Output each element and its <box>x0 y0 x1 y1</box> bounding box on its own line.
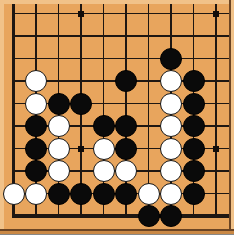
black-stone <box>25 115 47 137</box>
white-stone <box>160 115 182 137</box>
white-stone <box>93 138 115 160</box>
grid-line-horizontal <box>12 13 229 15</box>
white-stone <box>3 183 25 205</box>
frame-strip-bottom <box>0 231 234 235</box>
black-stone <box>115 115 137 137</box>
star-point <box>78 11 84 17</box>
black-stone <box>160 205 182 227</box>
white-stone <box>160 138 182 160</box>
black-stone <box>70 183 92 205</box>
black-stone <box>93 183 115 205</box>
white-stone <box>25 93 47 115</box>
star-point <box>78 146 84 152</box>
grid-line-horizontal <box>12 35 229 37</box>
black-stone <box>183 115 205 137</box>
black-stone <box>160 48 182 70</box>
white-stone <box>160 183 182 205</box>
white-stone <box>93 160 115 182</box>
grid-line-horizontal <box>12 58 229 60</box>
go-diagram <box>0 0 234 234</box>
black-stone <box>93 115 115 137</box>
white-stone <box>48 115 70 137</box>
star-point <box>213 146 219 152</box>
black-stone <box>25 160 47 182</box>
black-stone <box>115 138 137 160</box>
white-stone <box>138 183 160 205</box>
black-stone <box>115 70 137 92</box>
frame-rule-right <box>229 0 231 234</box>
white-stone <box>160 93 182 115</box>
grid-line-horizontal <box>12 214 229 218</box>
white-stone <box>115 160 137 182</box>
black-stone <box>25 138 47 160</box>
white-stone <box>48 138 70 160</box>
black-stone <box>138 205 160 227</box>
white-stone <box>25 183 47 205</box>
star-point <box>213 11 219 17</box>
black-stone <box>70 93 92 115</box>
white-stone <box>48 160 70 182</box>
white-stone <box>160 70 182 92</box>
black-stone <box>183 93 205 115</box>
black-stone <box>48 183 70 205</box>
black-stone <box>183 160 205 182</box>
white-stone <box>160 160 182 182</box>
white-stone <box>25 70 47 92</box>
black-stone <box>183 70 205 92</box>
black-stone <box>183 183 205 205</box>
black-stone <box>48 93 70 115</box>
black-stone <box>115 183 137 205</box>
black-stone <box>183 138 205 160</box>
